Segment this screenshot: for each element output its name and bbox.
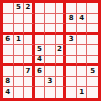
cell-r2c9[interactable] (87, 14, 98, 25)
cell-r9c7[interactable] (66, 87, 77, 98)
cell-r5c3[interactable] (24, 45, 35, 56)
cell-r4c5[interactable] (45, 35, 56, 46)
given-digit: 4 (79, 15, 84, 22)
cell-r5c9[interactable] (87, 45, 98, 56)
cell-r6c3[interactable] (24, 56, 35, 67)
cell-r7c2[interactable] (14, 66, 25, 77)
cell-r8c7[interactable] (66, 77, 77, 88)
cell-r1c6[interactable] (56, 3, 67, 14)
cell-r5c5[interactable] (45, 45, 56, 56)
cell-r2c6[interactable] (56, 14, 67, 25)
cell-r5c1[interactable] (3, 45, 14, 56)
given-digit: 6 (5, 36, 10, 43)
cell-r3c4[interactable] (35, 24, 46, 35)
given-digit: 3 (48, 78, 53, 85)
cell-r5c7[interactable] (66, 45, 77, 56)
cell-r4c8[interactable] (77, 35, 88, 46)
cell-r5c6[interactable]: 2 (56, 45, 67, 56)
given-digit: 8 (5, 78, 10, 85)
cell-r2c2[interactable] (14, 14, 25, 25)
cell-r1c7[interactable] (66, 3, 77, 14)
cell-r9c4[interactable] (35, 87, 46, 98)
cell-r3c9[interactable] (87, 24, 98, 35)
cell-r2c7[interactable]: 8 (66, 14, 77, 25)
given-digit: 4 (37, 56, 42, 63)
given-digit: 1 (16, 36, 21, 43)
cell-r6c9[interactable] (87, 56, 98, 67)
cell-r4c7[interactable]: 3 (66, 35, 77, 46)
cell-r8c4[interactable] (35, 77, 46, 88)
cell-r8c6[interactable] (56, 77, 67, 88)
cell-r8c9[interactable] (87, 77, 98, 88)
cell-r3c7[interactable] (66, 24, 77, 35)
cell-r4c1[interactable]: 6 (3, 35, 14, 46)
cell-r1c4[interactable] (35, 3, 46, 14)
sudoku-board: 52846135247658341 (0, 0, 101, 101)
given-digit: 8 (69, 15, 74, 22)
given-digit: 5 (37, 46, 42, 53)
cell-r1c1[interactable] (3, 3, 14, 14)
given-digit: 1 (79, 89, 84, 96)
cell-r6c8[interactable] (77, 56, 88, 67)
cell-r5c8[interactable] (77, 45, 88, 56)
given-digit: 2 (25, 4, 30, 11)
given-digit: 5 (90, 68, 95, 75)
cell-r1c5[interactable] (45, 3, 56, 14)
cell-r7c3[interactable]: 7 (24, 66, 35, 77)
given-digit: 2 (57, 46, 62, 53)
cell-r1c8[interactable] (77, 3, 88, 14)
cell-r4c2[interactable]: 1 (14, 35, 25, 46)
cell-r2c4[interactable] (35, 14, 46, 25)
cell-r3c1[interactable] (3, 24, 14, 35)
cell-r3c6[interactable] (56, 24, 67, 35)
cell-r8c1[interactable]: 8 (3, 77, 14, 88)
cell-r4c9[interactable] (87, 35, 98, 46)
cell-r5c2[interactable] (14, 45, 25, 56)
cell-r1c3[interactable]: 2 (24, 3, 35, 14)
cell-r8c8[interactable] (77, 77, 88, 88)
cell-r3c8[interactable] (77, 24, 88, 35)
cell-r9c5[interactable] (45, 87, 56, 98)
given-digit: 7 (25, 68, 30, 75)
cell-r8c5[interactable]: 3 (45, 77, 56, 88)
cell-r7c6[interactable] (56, 66, 67, 77)
cell-r2c3[interactable] (24, 14, 35, 25)
cell-r8c3[interactable] (24, 77, 35, 88)
cell-r7c9[interactable]: 5 (87, 66, 98, 77)
cell-r6c5[interactable] (45, 56, 56, 67)
cell-r7c8[interactable] (77, 66, 88, 77)
cell-r6c6[interactable] (56, 56, 67, 67)
cell-r4c3[interactable] (24, 35, 35, 46)
given-digit: 4 (5, 89, 10, 96)
cell-r1c9[interactable] (87, 3, 98, 14)
cell-r9c1[interactable]: 4 (3, 87, 14, 98)
cell-r4c6[interactable] (56, 35, 67, 46)
given-digit: 5 (16, 4, 21, 11)
cell-r3c2[interactable] (14, 24, 25, 35)
cell-r6c4[interactable]: 4 (35, 56, 46, 67)
cell-r9c6[interactable] (56, 87, 67, 98)
cell-r8c2[interactable] (14, 77, 25, 88)
cell-r9c2[interactable] (14, 87, 25, 98)
cell-r4c4[interactable] (35, 35, 46, 46)
cell-r6c7[interactable] (66, 56, 77, 67)
given-digit: 3 (69, 36, 74, 43)
cell-r9c8[interactable]: 1 (77, 87, 88, 98)
cell-r6c2[interactable] (14, 56, 25, 67)
cell-r7c5[interactable] (45, 66, 56, 77)
cell-r9c3[interactable] (24, 87, 35, 98)
cell-r9c9[interactable] (87, 87, 98, 98)
cell-r6c1[interactable] (3, 56, 14, 67)
cell-r2c1[interactable] (3, 14, 14, 25)
cell-r3c5[interactable] (45, 24, 56, 35)
cell-r7c1[interactable] (3, 66, 14, 77)
cell-r3c3[interactable] (24, 24, 35, 35)
cell-r2c5[interactable] (45, 14, 56, 25)
cell-r7c7[interactable] (66, 66, 77, 77)
cell-r1c2[interactable]: 5 (14, 3, 25, 14)
given-digit: 6 (37, 68, 42, 75)
cell-r2c8[interactable]: 4 (77, 14, 88, 25)
cell-r7c4[interactable]: 6 (35, 66, 46, 77)
